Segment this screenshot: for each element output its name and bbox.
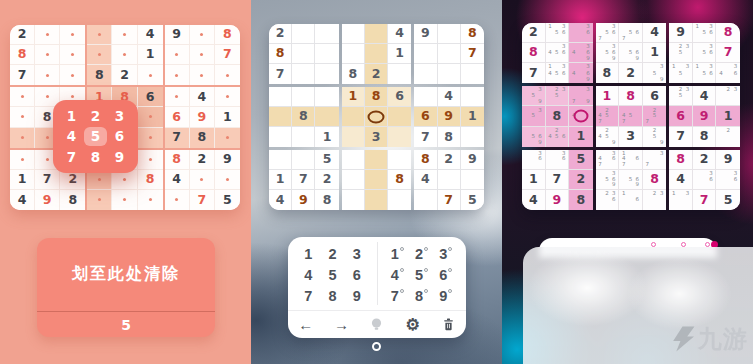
cell-r2c7[interactable]: 235 [669, 43, 693, 63]
cell-r7c8[interactable]: 2 [190, 150, 215, 170]
numpad-digit-2[interactable]: 2 [320, 243, 344, 264]
entered-digit: 9 [444, 110, 453, 123]
cell-r8c6[interactable]: 8 [643, 170, 667, 190]
numpad-digit-8[interactable]: 8 [320, 285, 344, 306]
cell-r6c7[interactable]: 7 [414, 127, 437, 147]
given-digit: 8 [95, 69, 104, 82]
cell-r2c9[interactable]: 7 [461, 44, 484, 64]
cell-r2c8[interactable] [438, 44, 461, 64]
erase-button[interactable] [436, 313, 460, 337]
cell-r7c4[interactable]: 3467 [596, 150, 620, 170]
cell-r7c9[interactable]: 9 [461, 150, 484, 170]
cell-r5c5[interactable] [365, 107, 388, 127]
cell-r8c5[interactable]: 569 [619, 170, 643, 190]
cell-r4c4[interactable]: 1 [596, 86, 620, 106]
cell-r2c9[interactable]: 7 [215, 45, 240, 65]
popup-digit-9[interactable]: 9 [108, 147, 131, 167]
cell-r3c6[interactable] [138, 65, 163, 85]
cell-r9c5[interactable] [365, 190, 388, 210]
cell-r3c5[interactable]: 2 [112, 65, 137, 85]
cell-r7c8[interactable]: 2 [438, 150, 461, 170]
cell-r3c5[interactable]: 2 [365, 64, 388, 84]
cell-r7c7[interactable]: 8 [669, 150, 693, 170]
cell-r1c3[interactable] [315, 24, 338, 44]
cell-r8c8[interactable]: 36 [693, 170, 717, 190]
cell-r6c1[interactable] [269, 127, 292, 147]
cell-r2c4[interactable] [87, 45, 112, 65]
cell-r2c7[interactable] [165, 45, 190, 65]
cell-r1c8[interactable] [438, 24, 461, 44]
cell-r4c8[interactable]: 4 [190, 87, 215, 107]
numpad-panel: 123456789 123456789 ← → ⚙ [288, 237, 466, 338]
cell-r9c9[interactable]: 5 [461, 190, 484, 210]
cell-r5c4[interactable]: 2457 [596, 106, 620, 126]
popup-digit-7[interactable]: 7 [60, 147, 83, 167]
note-digit-8[interactable]: 8 [409, 285, 433, 306]
cell-r6c7[interactable]: 7 [165, 128, 190, 148]
note-digit-3[interactable]: 3 [434, 243, 458, 264]
cell-r7c2[interactable] [292, 150, 315, 170]
cell-r4c4[interactable]: 1 [342, 87, 365, 107]
cell-r1c4[interactable] [87, 25, 112, 45]
cell-r9c4[interactable] [87, 190, 112, 210]
cell-r7c5[interactable]: 1467 [619, 150, 643, 170]
cell-r1c5[interactable] [112, 25, 137, 45]
note-degree-icon [400, 247, 404, 251]
cell-r2c5[interactable] [365, 44, 388, 64]
cell-r3c1[interactable]: 7 [522, 63, 546, 83]
cell-r4c7[interactable] [165, 87, 190, 107]
cell-r6c2[interactable] [292, 127, 315, 147]
pencil-marks: 135 [670, 64, 691, 82]
cell-r1c1[interactable]: 2 [522, 23, 546, 43]
popup-digit-1[interactable]: 1 [60, 106, 83, 126]
redo-button[interactable]: → [329, 313, 353, 337]
empty-dot [21, 136, 24, 139]
cell-r5c1[interactable] [269, 107, 292, 127]
note-digit-6[interactable]: 6 [434, 264, 458, 285]
cell-r9c2[interactable]: 9 [546, 190, 570, 210]
board-block: 1863 [342, 87, 412, 147]
cell-r8c4[interactable]: 3569 [596, 170, 620, 190]
cell-r5c5[interactable]: 457 [619, 106, 643, 126]
cell-r9c6[interactable]: 23 [643, 190, 667, 210]
entered-digit: 8 [421, 153, 430, 166]
numpad-digit-5[interactable]: 5 [320, 264, 344, 285]
cell-r6c8[interactable]: 8 [190, 128, 215, 148]
settings-button[interactable]: ⚙ [401, 313, 425, 337]
cell-r4c3[interactable]: 379 [569, 86, 593, 106]
cell-r9c4[interactable] [342, 190, 365, 210]
drag-handle-ring[interactable] [372, 342, 381, 351]
entered-digit: 8 [395, 173, 404, 186]
cell-r2c8[interactable]: 356 [693, 43, 717, 63]
cell-r7c7[interactable]: 8 [414, 150, 437, 170]
popup-digit-8[interactable]: 8 [84, 147, 107, 167]
app-screenshot-strip: 287418298781186346917851724988829475 123… [0, 0, 753, 364]
cell-r1c6[interactable]: 4 [388, 24, 411, 44]
cell-r5c9[interactable]: 1 [461, 107, 484, 127]
cell-r8c3[interactable]: 2 [315, 170, 338, 190]
cell-r7c3[interactable]: 5 [315, 150, 338, 170]
cell-r3c4[interactable]: 8 [342, 64, 365, 84]
cell-r5c3[interactable]: 4 [569, 106, 593, 126]
cell-r6c3[interactable]: 1 [569, 127, 593, 147]
cell-r9c8[interactable]: 7 [190, 190, 215, 210]
cell-r5c6[interactable] [388, 107, 411, 127]
cell-r1c5[interactable] [365, 24, 388, 44]
cell-r8c1[interactable]: 1 [10, 170, 35, 190]
entered-digit: 8 [18, 48, 27, 61]
cell-r7c6[interactable] [388, 150, 411, 170]
cell-r6c4[interactable]: 2459 [596, 127, 620, 147]
note-digit-2[interactable]: 2 [409, 243, 433, 264]
cell-r1c1[interactable]: 2 [10, 25, 35, 45]
cell-r5c7[interactable]: 6 [414, 107, 437, 127]
cell-r8c2[interactable]: 7 [546, 170, 570, 190]
cell-r9c1[interactable]: 4 [269, 190, 292, 210]
given-digit: 2 [444, 153, 453, 166]
popup-digit-2[interactable]: 2 [84, 106, 107, 126]
cell-r3c3[interactable]: 3469 [569, 63, 593, 83]
cell-r1c7[interactable]: 9 [414, 24, 437, 44]
cell-r3c3[interactable] [60, 65, 85, 85]
numpad-digit-1[interactable]: 1 [296, 243, 320, 264]
cell-r2c4[interactable]: 3569 [596, 43, 620, 63]
cell-r6c4[interactable] [342, 127, 365, 147]
cell-r3c6[interactable] [388, 64, 411, 84]
note-digit-1[interactable]: 1 [385, 243, 409, 264]
cell-r1c9[interactable]: 8 [461, 24, 484, 44]
cell-r6c1[interactable]: 569 [522, 127, 546, 147]
note-digit-4[interactable]: 4 [385, 264, 409, 285]
cell-r3c2[interactable]: 13456 [546, 63, 570, 83]
forward-arrow-icon: → [334, 316, 349, 333]
entered-digit: 9 [700, 110, 709, 123]
cell-r9c2[interactable]: 9 [35, 190, 60, 210]
cell-r9c6[interactable] [138, 190, 163, 210]
cell-r1c7[interactable]: 9 [165, 25, 190, 45]
cell-r3c2[interactable] [35, 65, 60, 85]
cell-r4c6[interactable]: 6 [643, 86, 667, 106]
cell-r5c8[interactable]: 9 [190, 107, 215, 127]
pencil-marks: 1356 [547, 24, 568, 41]
cell-r9c3[interactable]: 8 [60, 190, 85, 210]
cell-r1c4[interactable] [342, 24, 365, 44]
cell-r9c5[interactable]: 16 [619, 190, 643, 210]
cell-r9c4[interactable]: 236 [596, 190, 620, 210]
cell-r5c2[interactable]: 8 [292, 107, 315, 127]
cell-r7c3[interactable]: 5 [569, 150, 593, 170]
numpad-digit-4[interactable]: 4 [296, 264, 320, 285]
cell-r3c9[interactable]: 346 [716, 63, 740, 83]
cell-r9c7[interactable] [165, 190, 190, 210]
given-digit: 7 [299, 173, 308, 186]
cell-r8c7[interactable]: 4 [669, 170, 693, 190]
cell-r2c7[interactable] [414, 44, 437, 64]
cell-r9c9[interactable]: 5 [716, 190, 740, 210]
cell-r6c5[interactable]: 3 [619, 127, 643, 147]
cell-r6c6[interactable] [388, 127, 411, 147]
cell-r1c5[interactable]: 567 [619, 23, 643, 43]
cell-r5c6[interactable]: 257 [643, 106, 667, 126]
cell-r6c8[interactable]: 8 [438, 127, 461, 147]
cell-r6c9[interactable] [461, 127, 484, 147]
cell-r1c1[interactable]: 2 [269, 24, 292, 44]
pencil-marks: 236 [597, 191, 618, 209]
cell-r2c6[interactable]: 1 [138, 45, 163, 65]
cell-r9c7[interactable]: 13 [669, 190, 693, 210]
cell-r8c7[interactable]: 4 [165, 170, 190, 190]
cell-r2c5[interactable] [112, 45, 137, 65]
cell-r6c8[interactable]: 8 [693, 127, 717, 147]
cell-r8c8[interactable] [190, 170, 215, 190]
popup-digit-5[interactable]: 5 [84, 127, 107, 147]
cell-r1c2[interactable] [292, 24, 315, 44]
cell-r3c9[interactable] [215, 65, 240, 85]
cell-r2c2[interactable] [35, 45, 60, 65]
cell-r8c3[interactable]: 2 [569, 170, 593, 190]
cell-r2c6[interactable]: 1 [388, 44, 411, 64]
cell-r4c5[interactable]: 8 [365, 87, 388, 107]
cell-r9c7[interactable] [414, 190, 437, 210]
cell-r9c3[interactable]: 8 [569, 190, 593, 210]
cell-r4c9[interactable] [215, 87, 240, 107]
cell-r5c9[interactable]: 1 [215, 107, 240, 127]
cell-r7c4[interactable] [342, 150, 365, 170]
cell-r8c6[interactable]: 8 [138, 170, 163, 190]
frosted-overlay: 九游 [523, 247, 753, 364]
clear-zone-card[interactable]: 划至此处清除 5 [37, 238, 215, 337]
cell-r4c7[interactable]: 235 [669, 86, 693, 106]
cell-r4c8[interactable]: 4 [693, 86, 717, 106]
popup-digit-6[interactable]: 6 [108, 127, 131, 147]
cell-r3c9[interactable] [461, 64, 484, 84]
cell-r6c9[interactable] [215, 128, 240, 148]
cell-r6c6[interactable] [138, 128, 163, 148]
cell-r3c1[interactable]: 7 [10, 65, 35, 85]
pencil-marks: 16 [620, 191, 641, 209]
cell-r4c1[interactable] [269, 87, 292, 107]
empty-dot [200, 33, 203, 36]
empty-dot [71, 53, 74, 56]
cell-r4c9[interactable] [461, 87, 484, 107]
cell-r9c8[interactable]: 7 [438, 190, 461, 210]
cell-r8c9[interactable]: 36 [716, 170, 740, 190]
cell-r1c3[interactable] [60, 25, 85, 45]
pencil-marks: 36 [717, 171, 739, 188]
cell-r4c1[interactable]: 359 [522, 86, 546, 106]
empty-dot [98, 33, 101, 36]
cell-r8c7[interactable]: 4 [414, 170, 437, 190]
cell-r4c9[interactable]: 23 [716, 86, 740, 106]
cell-r2c2[interactable]: 3456 [546, 43, 570, 63]
cell-r1c4[interactable]: 3567 [596, 23, 620, 43]
cell-r8c2[interactable]: 7 [292, 170, 315, 190]
cell-r4c2[interactable] [292, 87, 315, 107]
cell-r1c8[interactable]: 1356 [693, 23, 717, 43]
numpad-digit-7[interactable]: 7 [296, 285, 320, 306]
cell-r5c3[interactable] [315, 107, 338, 127]
cell-r3c8[interactable] [190, 65, 215, 85]
empty-dot [226, 136, 229, 139]
cell-r5c1[interactable] [10, 107, 35, 127]
cell-r7c9[interactable]: 9 [215, 150, 240, 170]
cell-r3c6[interactable]: 359 [643, 63, 667, 83]
numpad-digit-6[interactable]: 6 [345, 264, 369, 285]
cell-r7c7[interactable]: 8 [165, 150, 190, 170]
entered-digit: 8 [724, 26, 733, 39]
note-digit-9[interactable]: 9 [434, 285, 458, 306]
board-block: 987 [414, 24, 484, 84]
cell-r5c4[interactable] [342, 107, 365, 127]
cell-r7c8[interactable]: 2 [693, 150, 717, 170]
cell-r3c4[interactable]: 8 [87, 65, 112, 85]
cell-r3c8[interactable]: 1356 [693, 63, 717, 83]
cell-r7c1[interactable] [269, 150, 292, 170]
note-digit-7[interactable]: 7 [385, 285, 409, 306]
cell-r1c9[interactable]: 8 [215, 25, 240, 45]
cell-r9c8[interactable]: 7 [693, 190, 717, 210]
given-digit: 8 [552, 110, 561, 123]
cell-r6c2[interactable]: 2456 [546, 127, 570, 147]
cell-r2c3[interactable] [60, 45, 85, 65]
cell-r2c1[interactable]: 8 [269, 44, 292, 64]
given-digit: 9 [468, 153, 477, 166]
hint-button[interactable] [365, 313, 389, 337]
cell-r5c9[interactable]: 1 [716, 106, 740, 126]
empty-dot [71, 33, 74, 36]
cell-r6c7[interactable]: 7 [669, 127, 693, 147]
cell-r9c2[interactable]: 9 [292, 190, 315, 210]
cell-r5c7[interactable]: 6 [669, 106, 693, 126]
cell-r4c2[interactable]: 235 [546, 86, 570, 106]
numpad-digit-3[interactable]: 3 [345, 243, 369, 264]
popup-digit-4[interactable]: 4 [60, 127, 83, 147]
cell-r7c5[interactable] [365, 150, 388, 170]
pencil-marks: 257 [644, 107, 666, 124]
cell-r1c8[interactable] [190, 25, 215, 45]
cell-r5c7[interactable]: 6 [165, 107, 190, 127]
cell-r7c1[interactable]: 36 [522, 150, 546, 170]
cell-r1c3[interactable]: 36 [569, 23, 593, 43]
pencil-marks: 1356 [694, 64, 715, 82]
cell-r5c8[interactable]: 9 [693, 106, 717, 126]
cell-r9c3[interactable]: 8 [315, 190, 338, 210]
cell-r3c7[interactable] [165, 65, 190, 85]
cell-r1c2[interactable]: 1356 [546, 23, 570, 43]
cell-r1c6[interactable]: 4 [138, 25, 163, 45]
cell-r2c1[interactable]: 8 [522, 43, 546, 63]
cell-r7c9[interactable]: 9 [716, 150, 740, 170]
cell-r2c3[interactable]: 3469 [569, 43, 593, 63]
note-degree-icon [424, 289, 428, 293]
cell-r3c2[interactable] [292, 64, 315, 84]
cell-r4c6[interactable]: 6 [138, 87, 163, 107]
cell-r7c2[interactable]: 36 [546, 150, 570, 170]
cell-r3c7[interactable] [414, 64, 437, 84]
cell-r4c5[interactable]: 8 [619, 86, 643, 106]
cell-r8c1[interactable]: 1 [522, 170, 546, 190]
numpad-digit-9[interactable]: 9 [345, 285, 369, 306]
undo-button[interactable]: ← [294, 313, 318, 337]
cell-r7c1[interactable] [10, 150, 35, 170]
cell-r4c1[interactable] [10, 87, 35, 107]
cell-r8c8[interactable] [438, 170, 461, 190]
cell-r9c6[interactable] [388, 190, 411, 210]
cell-r5c6[interactable] [138, 107, 163, 127]
cell-r3c1[interactable]: 7 [269, 64, 292, 84]
cell-r2c6[interactable]: 1 [643, 43, 667, 63]
cell-r6c5[interactable]: 3 [365, 127, 388, 147]
cell-r4c8[interactable]: 4 [438, 87, 461, 107]
digit-slide-popup[interactable]: 123456789 [53, 100, 138, 173]
cell-r5c1[interactable]: 35 [522, 106, 546, 126]
board-block: 829475 [165, 150, 240, 210]
cell-r8c9[interactable] [461, 170, 484, 190]
cell-r2c5[interactable]: 569 [619, 43, 643, 63]
cell-r1c9[interactable]: 8 [716, 23, 740, 43]
cell-r2c1[interactable]: 8 [10, 45, 35, 65]
cell-r3c7[interactable]: 135 [669, 63, 693, 83]
cell-r2c4[interactable] [342, 44, 365, 64]
cell-r2c2[interactable] [292, 44, 315, 64]
cell-r9c9[interactable]: 5 [215, 190, 240, 210]
cell-r3c5[interactable]: 2 [619, 63, 643, 83]
cell-r8c5[interactable] [365, 170, 388, 190]
given-digit: 7 [529, 67, 538, 80]
cell-r9c5[interactable] [112, 190, 137, 210]
cell-r8c6[interactable]: 8 [388, 170, 411, 190]
cell-r5c2[interactable]: 8 [546, 106, 570, 126]
cell-r1c7[interactable]: 9 [669, 23, 693, 43]
cell-r9c1[interactable]: 4 [522, 190, 546, 210]
cell-r3c8[interactable] [438, 64, 461, 84]
cell-r7c6[interactable]: 37 [643, 150, 667, 170]
cell-r4c3[interactable] [315, 87, 338, 107]
cell-r1c2[interactable] [35, 25, 60, 45]
cell-r8c1[interactable]: 1 [269, 170, 292, 190]
cell-r2c3[interactable] [315, 44, 338, 64]
cell-r7c6[interactable] [138, 150, 163, 170]
cell-r8c4[interactable] [342, 170, 365, 190]
cell-r8c9[interactable] [215, 170, 240, 190]
cell-r9c1[interactable]: 4 [10, 190, 35, 210]
cell-r6c1[interactable] [10, 128, 35, 148]
cell-r4c7[interactable] [414, 87, 437, 107]
popup-digit-3[interactable]: 3 [108, 106, 131, 126]
cell-r3c4[interactable]: 8 [596, 63, 620, 83]
cell-r2c9[interactable]: 7 [716, 43, 740, 63]
cell-r4c6[interactable]: 6 [388, 87, 411, 107]
cell-r3c3[interactable] [315, 64, 338, 84]
entered-digit: 8 [146, 173, 155, 186]
cell-r2c8[interactable] [190, 45, 215, 65]
empty-dot [123, 178, 126, 181]
given-digit: 8 [68, 194, 77, 207]
cell-r5c8[interactable]: 9 [438, 107, 461, 127]
cell-r1c6[interactable]: 4 [643, 23, 667, 43]
given-digit: 6 [650, 90, 659, 103]
cell-r6c3[interactable]: 1 [315, 127, 338, 147]
given-digit: 3 [372, 131, 381, 144]
cell-r6c6[interactable]: 259 [643, 127, 667, 147]
cell-r8c2[interactable]: 7 [35, 170, 60, 190]
cell-r6c9[interactable]: 2 [716, 127, 740, 147]
note-digit-5[interactable]: 5 [409, 264, 433, 285]
board-block: 5172498 [269, 150, 339, 210]
given-digit: 2 [18, 28, 27, 41]
